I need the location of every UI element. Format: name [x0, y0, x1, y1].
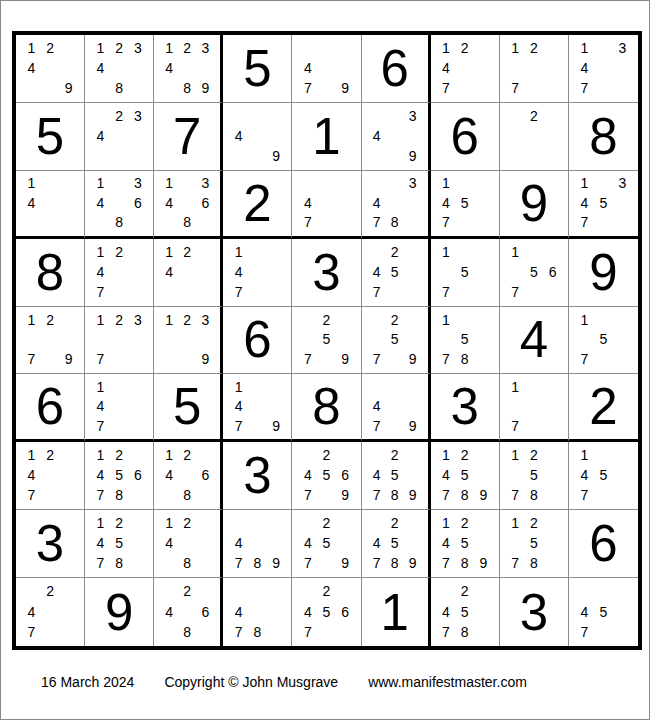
candidate-2: 2	[110, 310, 129, 330]
candidate-4: 4	[160, 465, 178, 485]
candidate-6	[613, 330, 632, 350]
pencil-marks: 13468	[154, 171, 220, 236]
candidate-5: 5	[110, 533, 129, 553]
candidate-3: 3	[129, 38, 148, 58]
candidate-3	[196, 513, 214, 533]
candidate-8: 8	[178, 78, 196, 98]
candidate-6	[474, 465, 493, 485]
pencil-marks: 1239	[154, 307, 220, 374]
candidate-6: 6	[129, 465, 148, 485]
candidate-3	[129, 242, 148, 262]
candidate-3	[543, 513, 562, 533]
candidate-3	[474, 513, 493, 533]
candidate-6	[474, 533, 493, 553]
candidate-7: 7	[506, 485, 525, 505]
candidate-5: 5	[455, 601, 474, 621]
cell-r8c3: 1248	[154, 510, 223, 578]
candidate-5	[594, 58, 613, 78]
cell-r9c2: 9	[85, 578, 154, 646]
candidate-1: 1	[22, 174, 41, 193]
candidate-7: 7	[506, 416, 525, 435]
candidate-2	[248, 106, 267, 126]
candidate-4: 4	[298, 465, 317, 485]
candidate-5	[524, 397, 543, 416]
candidate-9	[613, 485, 632, 505]
candidate-8: 8	[110, 553, 129, 573]
cell-r9c5: 24567	[292, 578, 361, 646]
candidate-7	[160, 485, 178, 505]
candidate-2: 2	[317, 513, 336, 533]
candidate-3	[404, 445, 422, 465]
candidate-7	[506, 146, 525, 166]
candidate-6: 6	[336, 465, 355, 485]
solved-digit: 8	[292, 374, 360, 439]
candidate-1	[298, 310, 317, 330]
candidate-7: 7	[368, 349, 386, 369]
candidate-2: 2	[110, 106, 129, 126]
candidate-1: 1	[91, 38, 110, 58]
candidate-3	[129, 377, 148, 396]
candidate-6	[59, 465, 78, 485]
candidate-3	[474, 581, 493, 601]
candidate-7: 7	[229, 553, 248, 573]
cell-r6c3: 5	[154, 374, 223, 442]
candidate-5: 5	[317, 601, 336, 621]
candidate-2	[455, 242, 474, 262]
candidate-2	[455, 310, 474, 330]
candidate-8: 8	[386, 553, 404, 573]
pencil-marks: 234	[85, 103, 153, 170]
pencil-marks: 478	[223, 578, 291, 646]
candidate-2: 2	[455, 445, 474, 465]
cell-r9c9: 457	[569, 578, 638, 646]
candidate-4: 4	[91, 533, 110, 553]
candidate-7: 7	[437, 349, 456, 369]
candidate-8: 8	[386, 485, 404, 505]
candidate-2	[110, 377, 129, 396]
candidate-3: 3	[196, 38, 214, 58]
candidate-1: 1	[506, 377, 525, 396]
candidate-5	[110, 193, 129, 212]
candidate-6	[543, 465, 562, 485]
pencil-marks: 1245789	[431, 510, 499, 577]
candidate-1	[368, 513, 386, 533]
pencil-marks: 1247	[16, 442, 84, 509]
candidate-4: 4	[229, 397, 248, 416]
candidate-7: 7	[437, 553, 456, 573]
cell-r6c5: 8	[292, 374, 361, 442]
pencil-marks: 12578	[500, 442, 568, 509]
candidate-2: 2	[41, 445, 60, 465]
candidate-7: 7	[91, 349, 110, 369]
candidate-6	[336, 193, 355, 212]
candidate-1: 1	[437, 445, 456, 465]
candidate-2	[594, 174, 613, 193]
candidate-3	[474, 174, 493, 193]
candidate-7: 7	[575, 78, 594, 98]
candidate-1	[437, 581, 456, 601]
cell-r1c3: 123489	[154, 35, 223, 103]
pencil-marks: 123489	[154, 35, 220, 102]
candidate-4: 4	[160, 58, 178, 78]
candidate-8	[178, 349, 196, 369]
candidate-1	[160, 581, 178, 601]
candidate-1: 1	[506, 242, 525, 262]
candidate-5	[178, 465, 196, 485]
candidate-5	[524, 58, 543, 78]
cell-r6c9: 2	[569, 374, 638, 442]
candidate-2: 2	[41, 310, 60, 330]
candidate-1	[229, 513, 248, 533]
candidate-5: 5	[455, 330, 474, 350]
candidate-1: 1	[22, 445, 41, 465]
cell-r1c2: 12348	[85, 35, 154, 103]
candidate-1: 1	[160, 513, 178, 533]
cell-r1c9: 1347	[569, 35, 638, 103]
candidate-2: 2	[386, 310, 404, 330]
candidate-7: 7	[298, 212, 317, 231]
candidate-8	[594, 485, 613, 505]
cell-r3c4: 2	[223, 171, 292, 239]
solved-digit: 3	[223, 442, 291, 509]
candidate-7: 7	[368, 212, 386, 231]
pencil-marks: 24567	[292, 578, 360, 646]
candidate-8	[110, 349, 129, 369]
candidate-6	[336, 533, 355, 553]
candidate-6	[543, 533, 562, 553]
candidate-4: 4	[368, 193, 386, 212]
candidate-3	[543, 377, 562, 396]
candidate-8	[110, 282, 129, 302]
candidate-1: 1	[91, 513, 110, 533]
candidate-9	[129, 553, 148, 573]
solved-digit: 3	[16, 510, 84, 577]
cell-r2c1: 5	[16, 103, 85, 171]
candidate-6	[613, 601, 632, 621]
cell-r8c7: 1245789	[431, 510, 500, 578]
candidate-3: 3	[129, 174, 148, 193]
candidate-6	[129, 126, 148, 146]
cell-r1c8: 127	[500, 35, 569, 103]
cell-r2c7: 6	[431, 103, 500, 171]
cell-r4c8: 1567	[500, 239, 569, 307]
cell-r1c1: 1249	[16, 35, 85, 103]
cell-r5c8: 4	[500, 307, 569, 375]
candidate-9	[474, 622, 493, 642]
candidate-3	[474, 310, 493, 330]
candidate-5	[41, 465, 60, 485]
candidate-7	[160, 349, 178, 369]
candidate-1	[229, 581, 248, 601]
candidate-6	[196, 533, 214, 553]
candidate-9: 9	[404, 553, 422, 573]
candidate-7	[229, 146, 248, 166]
candidate-9	[196, 212, 214, 231]
candidate-8	[386, 282, 404, 302]
candidate-5	[110, 126, 129, 146]
candidate-8: 8	[455, 553, 474, 573]
cell-r7c8: 12578	[500, 442, 569, 510]
cell-r1c5: 479	[292, 35, 361, 103]
pencil-marks: 2468	[154, 578, 220, 646]
candidate-2: 2	[317, 445, 336, 465]
candidate-3	[267, 106, 286, 126]
candidate-8	[594, 622, 613, 642]
candidate-3	[336, 513, 355, 533]
candidate-3	[59, 38, 78, 58]
cell-r4c9: 9	[569, 239, 638, 307]
candidate-5	[178, 58, 196, 78]
candidate-2: 2	[110, 445, 129, 465]
candidate-1: 1	[22, 38, 41, 58]
cell-r7c1: 1247	[16, 442, 85, 510]
cell-r8c4: 4789	[223, 510, 292, 578]
candidate-5: 5	[594, 330, 613, 350]
candidate-8: 8	[110, 212, 129, 231]
candidate-2	[386, 377, 404, 396]
candidate-1	[368, 242, 386, 262]
pencil-marks: 157	[569, 307, 638, 374]
pencil-marks: 245789	[362, 510, 428, 577]
cell-r2c2: 234	[85, 103, 154, 171]
candidate-4: 4	[22, 601, 41, 621]
candidate-1: 1	[91, 310, 110, 330]
candidate-7: 7	[506, 78, 525, 98]
candidate-2	[41, 174, 60, 193]
candidate-8: 8	[524, 553, 543, 573]
cell-r3c1: 14	[16, 171, 85, 239]
candidate-9	[196, 622, 214, 642]
candidate-4: 4	[229, 126, 248, 146]
candidate-7	[160, 212, 178, 231]
pencil-marks: 127	[500, 35, 568, 102]
cell-r5c9: 157	[569, 307, 638, 375]
candidate-9	[129, 416, 148, 435]
candidate-3	[267, 242, 286, 262]
candidate-1	[298, 174, 317, 193]
candidate-4: 4	[437, 58, 456, 78]
footer-copyright: Copyright © John Musgrave	[164, 673, 338, 691]
candidate-6	[543, 58, 562, 78]
cell-r4c7: 157	[431, 239, 500, 307]
cell-r5c2: 1237	[85, 307, 154, 375]
candidate-6	[267, 397, 286, 416]
candidate-3	[129, 513, 148, 533]
candidate-5: 5	[455, 465, 474, 485]
candidate-4	[368, 330, 386, 350]
candidate-9: 9	[267, 146, 286, 166]
pencil-marks: 17	[500, 374, 568, 439]
solved-digit: 5	[223, 35, 291, 102]
solved-digit: 7	[154, 103, 220, 170]
candidate-8	[317, 349, 336, 369]
candidate-5	[41, 193, 60, 212]
candidate-9	[59, 212, 78, 231]
candidate-4: 4	[575, 601, 594, 621]
candidate-3	[267, 377, 286, 396]
candidate-3	[543, 445, 562, 465]
candidate-4: 4	[298, 601, 317, 621]
candidate-6	[404, 397, 422, 416]
candidate-4: 4	[298, 193, 317, 212]
candidate-7: 7	[91, 282, 110, 302]
candidate-6	[404, 465, 422, 485]
candidate-2: 2	[178, 242, 196, 262]
candidate-6	[129, 58, 148, 78]
candidate-7: 7	[437, 212, 456, 231]
candidate-7: 7	[575, 212, 594, 231]
candidate-2: 2	[317, 581, 336, 601]
candidate-2	[594, 310, 613, 330]
candidate-8: 8	[455, 349, 474, 369]
candidate-7: 7	[575, 349, 594, 369]
candidate-4	[506, 58, 525, 78]
candidate-9: 9	[336, 553, 355, 573]
candidate-2: 2	[41, 38, 60, 58]
cell-r3c2: 13468	[85, 171, 154, 239]
cell-r7c7: 1245789	[431, 442, 500, 510]
candidate-8	[524, 416, 543, 435]
solved-digit: 5	[16, 103, 84, 170]
candidate-8	[41, 622, 60, 642]
pencil-marks: 1237	[85, 307, 153, 374]
candidate-3	[59, 581, 78, 601]
candidate-9: 9	[196, 78, 214, 98]
candidate-4: 4	[437, 465, 456, 485]
candidate-3	[59, 445, 78, 465]
candidate-2: 2	[386, 513, 404, 533]
pencil-marks: 24579	[292, 510, 360, 577]
candidate-1: 1	[437, 242, 456, 262]
candidate-6	[474, 58, 493, 78]
candidate-7: 7	[437, 622, 456, 642]
candidate-6	[267, 601, 286, 621]
pencil-marks: 247	[16, 578, 84, 646]
candidate-1: 1	[437, 38, 456, 58]
candidate-1	[368, 310, 386, 330]
cell-r6c2: 147	[85, 374, 154, 442]
candidate-6	[474, 601, 493, 621]
candidate-6	[129, 397, 148, 416]
candidate-9	[129, 485, 148, 505]
candidate-8	[41, 485, 60, 505]
candidate-1: 1	[91, 174, 110, 193]
cell-r2c9: 8	[569, 103, 638, 171]
candidate-5	[41, 58, 60, 78]
cell-r4c2: 1247	[85, 239, 154, 307]
cell-r5c4: 6	[223, 307, 292, 375]
candidate-4	[437, 262, 456, 282]
candidate-8	[524, 78, 543, 98]
candidate-9	[543, 146, 562, 166]
candidate-4	[506, 126, 525, 146]
candidate-6	[196, 262, 214, 282]
candidate-8	[455, 78, 474, 98]
candidate-6	[59, 330, 78, 350]
cell-r6c6: 479	[362, 374, 431, 442]
candidate-4: 4	[91, 193, 110, 212]
candidate-7: 7	[298, 622, 317, 642]
solved-digit: 8	[16, 239, 84, 306]
candidate-3: 3	[404, 106, 422, 126]
candidate-7	[160, 282, 178, 302]
cell-r7c5: 245679	[292, 442, 361, 510]
candidate-3	[129, 445, 148, 465]
solved-digit: 3	[292, 239, 360, 306]
solved-digit: 1	[362, 578, 428, 646]
candidate-3: 3	[404, 174, 422, 193]
candidate-5	[110, 58, 129, 78]
candidate-2	[110, 174, 129, 193]
candidate-7: 7	[298, 78, 317, 98]
candidate-8	[248, 146, 267, 166]
candidate-4: 4	[229, 601, 248, 621]
candidate-2	[455, 174, 474, 193]
cell-r3c8: 9	[500, 171, 569, 239]
candidate-6: 6	[129, 193, 148, 212]
candidate-3	[196, 581, 214, 601]
candidate-7: 7	[91, 485, 110, 505]
candidate-3	[336, 581, 355, 601]
cell-r9c6: 1	[362, 578, 431, 646]
candidate-9	[474, 349, 493, 369]
candidate-8	[41, 212, 60, 231]
candidate-1: 1	[506, 513, 525, 533]
pencil-marks: 349	[362, 103, 428, 170]
pencil-marks: 479	[362, 374, 428, 439]
candidate-2	[524, 242, 543, 262]
candidate-9: 9	[59, 349, 78, 369]
candidate-1: 1	[160, 38, 178, 58]
candidate-9: 9	[474, 553, 493, 573]
candidate-9: 9	[404, 485, 422, 505]
solved-digit: 6	[431, 103, 499, 170]
cell-r5c1: 1279	[16, 307, 85, 375]
pencil-marks: 1248	[154, 510, 220, 577]
candidate-5: 5	[594, 193, 613, 212]
pencil-marks: 47	[292, 171, 360, 236]
candidate-7	[160, 553, 178, 573]
candidate-8	[386, 146, 404, 166]
candidate-1: 1	[229, 377, 248, 396]
candidate-5: 5	[317, 465, 336, 485]
candidate-9	[267, 622, 286, 642]
solved-digit: 2	[569, 374, 638, 439]
solved-digit: 6	[362, 35, 428, 102]
candidate-2	[317, 38, 336, 58]
candidate-4	[575, 330, 594, 350]
pencil-marks: 147	[223, 239, 291, 306]
candidate-7	[160, 622, 178, 642]
candidate-8	[178, 282, 196, 302]
candidate-1	[298, 581, 317, 601]
candidate-6: 6	[336, 601, 355, 621]
candidate-2: 2	[178, 513, 196, 533]
candidate-8	[455, 212, 474, 231]
candidate-8	[524, 146, 543, 166]
candidate-4: 4	[368, 126, 386, 146]
candidate-6	[613, 193, 632, 212]
sudoku-grid: 1249123481234895479612471271347523474913…	[12, 31, 642, 650]
candidate-1	[298, 445, 317, 465]
candidate-2: 2	[178, 581, 196, 601]
candidate-8: 8	[248, 553, 267, 573]
candidate-1: 1	[575, 310, 594, 330]
pencil-marks: 1245789	[431, 442, 499, 509]
candidate-5: 5	[386, 533, 404, 553]
candidate-3	[336, 310, 355, 330]
candidate-8	[317, 622, 336, 642]
